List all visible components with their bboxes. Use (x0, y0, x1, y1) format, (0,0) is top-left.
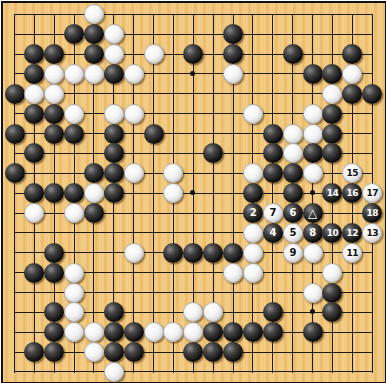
stone-black[interactable] (124, 342, 144, 362)
stone-black[interactable] (322, 104, 342, 124)
stone-black[interactable] (243, 183, 263, 203)
stone-black[interactable] (283, 44, 303, 64)
stone-white[interactable] (283, 124, 303, 144)
stone-black[interactable] (203, 243, 223, 263)
stone-white[interactable]: 11 (342, 243, 362, 263)
stone-black[interactable] (144, 124, 164, 144)
move-number-label: 4 (270, 228, 276, 238)
stone-white[interactable] (104, 24, 124, 44)
star-point (310, 190, 315, 195)
stone-black[interactable] (5, 84, 25, 104)
stone-white[interactable] (243, 243, 263, 263)
grid-line-horizontal (15, 93, 374, 94)
stone-black[interactable]: 2 (243, 203, 263, 223)
stone-white[interactable] (84, 342, 104, 362)
move-number-label: 18 (366, 208, 378, 218)
stone-white[interactable] (124, 104, 144, 124)
stone-black[interactable]: 8 (303, 223, 323, 243)
move-number-label: 11 (347, 248, 359, 258)
stone-white[interactable] (283, 143, 303, 163)
stone-black[interactable]: 6 (283, 203, 303, 223)
move-number-label: 14 (327, 188, 339, 198)
move-number-label: 17 (366, 188, 378, 198)
stone-white[interactable] (243, 223, 263, 243)
stone-black[interactable] (263, 124, 283, 144)
stone-black[interactable] (263, 163, 283, 183)
stone-black[interactable] (44, 263, 64, 283)
stone-black[interactable] (84, 44, 104, 64)
stone-black[interactable] (124, 322, 144, 342)
move-number-label: 5 (289, 228, 295, 238)
stone-white[interactable] (322, 263, 342, 283)
stone-black[interactable] (84, 203, 104, 223)
triangle-mark: △ (308, 207, 317, 219)
stone-black[interactable] (303, 143, 323, 163)
stone-black[interactable] (183, 243, 203, 263)
stone-black[interactable] (104, 322, 124, 342)
stone-black[interactable] (283, 183, 303, 203)
stone-white[interactable]: 9 (283, 243, 303, 263)
move-number-label: 6 (289, 208, 295, 218)
stone-white[interactable]: 7 (263, 203, 283, 223)
stone-black[interactable]: △ (303, 203, 323, 223)
stone-white[interactable] (64, 104, 84, 124)
move-number-label: 2 (250, 208, 256, 218)
stone-white[interactable] (104, 362, 124, 382)
stone-black[interactable] (44, 243, 64, 263)
stone-black[interactable] (104, 64, 124, 84)
stone-white[interactable] (303, 283, 323, 303)
move-number-label: 7 (270, 208, 276, 218)
move-number-label: 13 (366, 228, 378, 238)
stone-black[interactable] (322, 124, 342, 144)
stone-black[interactable] (24, 263, 44, 283)
go-diagram: 15141617276△18458101213911 (0, 0, 386, 383)
stone-black[interactable] (303, 64, 323, 84)
move-number-label: 8 (309, 228, 315, 238)
stone-white[interactable] (223, 263, 243, 283)
stone-white[interactable] (124, 64, 144, 84)
stone-black[interactable] (104, 163, 124, 183)
stone-black[interactable] (104, 124, 124, 144)
move-number-label: 12 (347, 228, 359, 238)
stone-white[interactable] (64, 64, 84, 84)
stone-white[interactable] (303, 243, 323, 263)
stone-white[interactable] (124, 163, 144, 183)
grid-line-vertical (153, 14, 154, 373)
stone-black[interactable] (283, 163, 303, 183)
stone-white[interactable] (104, 44, 124, 64)
stone-white[interactable] (243, 104, 263, 124)
stone-white[interactable] (64, 203, 84, 223)
stone-black[interactable] (223, 44, 243, 64)
move-number-label: 15 (347, 168, 359, 178)
grid-line-vertical (14, 14, 15, 373)
stone-black[interactable] (64, 124, 84, 144)
stone-white[interactable] (64, 263, 84, 283)
stone-black[interactable] (223, 243, 243, 263)
stone-black[interactable] (263, 322, 283, 342)
stone-white[interactable]: 13 (362, 223, 382, 243)
stone-white[interactable]: 5 (283, 223, 303, 243)
stone-black[interactable] (5, 124, 25, 144)
stone-black[interactable] (104, 342, 124, 362)
stone-black[interactable] (5, 163, 25, 183)
stone-black[interactable] (303, 322, 323, 342)
stone-black[interactable] (104, 183, 124, 203)
move-number-label: 16 (347, 188, 359, 198)
grid-line-horizontal (15, 14, 374, 15)
stone-white[interactable] (144, 322, 164, 342)
stone-black[interactable] (362, 84, 382, 104)
stone-white[interactable] (84, 64, 104, 84)
move-number-label: 10 (327, 228, 339, 238)
stone-black[interactable] (322, 283, 342, 303)
stone-white[interactable] (44, 84, 64, 104)
stone-white[interactable] (223, 64, 243, 84)
stone-white[interactable] (303, 124, 323, 144)
stone-white[interactable] (64, 283, 84, 303)
stone-white[interactable] (104, 104, 124, 124)
stone-white[interactable] (124, 243, 144, 263)
grid-line-horizontal (15, 371, 374, 372)
go-board[interactable]: 15141617276△18458101213911 (1, 1, 386, 383)
stone-black[interactable]: 4 (263, 223, 283, 243)
stone-white[interactable] (84, 183, 104, 203)
stone-white[interactable] (243, 263, 263, 283)
stone-black[interactable] (44, 124, 64, 144)
stone-white[interactable] (303, 104, 323, 124)
move-number-label: 9 (289, 248, 295, 258)
stone-black[interactable] (44, 104, 64, 124)
stone-black[interactable] (342, 84, 362, 104)
stone-white[interactable] (303, 163, 323, 183)
stone-black[interactable] (24, 104, 44, 124)
stone-white[interactable] (144, 44, 164, 64)
